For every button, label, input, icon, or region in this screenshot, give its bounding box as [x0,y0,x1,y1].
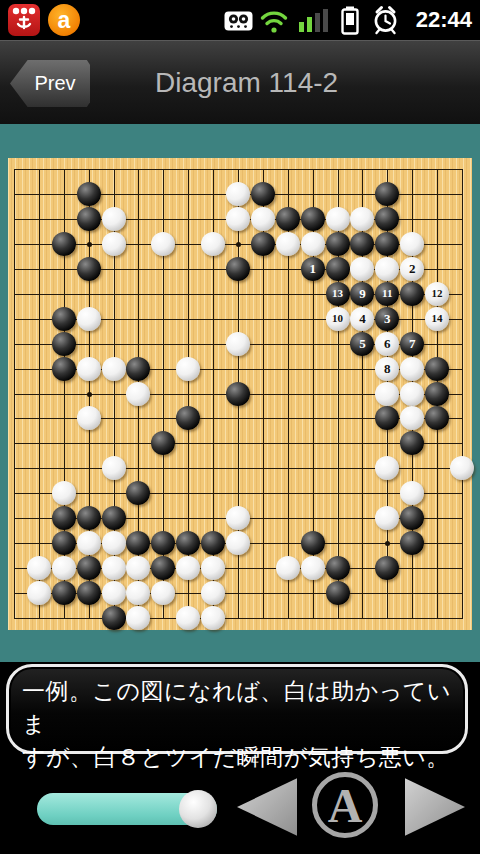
black-stone [126,531,150,555]
white-stone [350,257,374,281]
black-stone [126,481,150,505]
white-stone [450,456,474,480]
black-stone [151,431,175,455]
black-stone [326,581,350,605]
move-number: 9 [359,287,366,300]
go-board[interactable]: 1213911121043145678 [8,158,472,630]
move-number: 8 [384,362,391,375]
white-stone [126,606,150,630]
white-stone [77,307,101,331]
signal-icon [299,9,329,36]
black-stone [425,382,449,406]
white-stone: 12 [425,282,449,306]
star-point [385,541,390,546]
move-number: 11 [382,288,392,299]
screen: a [0,0,480,854]
white-stone [226,182,250,206]
white-stone [151,581,175,605]
black-stone [151,556,175,580]
status-time: 22:44 [416,7,472,33]
white-stone [400,357,424,381]
white-stone [201,232,225,256]
next-move-button[interactable] [405,777,465,837]
black-stone [52,357,76,381]
black-stone [77,506,101,530]
white-stone [375,456,399,480]
black-stone [301,207,325,231]
black-stone: 11 [375,282,399,306]
black-stone: 13 [326,282,350,306]
white-stone [326,207,350,231]
white-stone [176,606,200,630]
white-stone [301,556,325,580]
black-stone [52,232,76,256]
black-stone [176,406,200,430]
star-point [236,242,241,247]
move-number: 14 [432,313,443,324]
white-stone [201,581,225,605]
grid-line [462,169,463,619]
white-stone [126,382,150,406]
status-bar: a [0,0,480,40]
white-stone [77,406,101,430]
auto-play-button[interactable]: A [312,772,378,838]
cassette-icon [224,9,253,37]
white-stone [102,207,126,231]
white-stone [102,581,126,605]
white-stone [176,556,200,580]
white-stone [400,382,424,406]
move-number: 1 [309,262,316,275]
move-number: 12 [432,288,443,299]
black-stone [52,506,76,530]
black-stone [400,506,424,530]
commentary-box: 一例。この図になれば、白は助かっていま すが、白８とツイだ瞬間が気持ち悪い。 [6,664,468,754]
grid-line [14,443,463,444]
black-stone [176,531,200,555]
grid-line [14,618,463,619]
white-stone [126,581,150,605]
white-stone: 14 [425,307,449,331]
white-stone [52,481,76,505]
black-stone [301,531,325,555]
white-stone [27,581,51,605]
board-section: 1213911121043145678 [0,124,480,662]
white-stone [375,506,399,530]
white-stone [176,357,200,381]
black-stone [400,531,424,555]
black-stone [375,406,399,430]
black-stone [326,257,350,281]
black-stone [201,531,225,555]
white-stone [226,207,250,231]
black-stone [151,531,175,555]
bottom-panel: 一例。この図になれば、白は助かっていま すが、白８とツイだ瞬間が気持ち悪い。 A [0,662,480,854]
white-stone [301,232,325,256]
white-stone [102,456,126,480]
white-stone [126,556,150,580]
alarm-clock-icon [371,5,400,39]
black-stone [77,581,101,605]
move-number: 2 [409,262,416,275]
black-stone [77,207,101,231]
white-stone [400,481,424,505]
white-stone: 6 [375,332,399,356]
white-stone [400,406,424,430]
move-number: 7 [409,337,416,350]
nhk-app-icon [8,4,40,36]
black-stone [326,556,350,580]
black-stone [126,357,150,381]
white-stone: 10 [326,307,350,331]
white-stone [102,357,126,381]
black-stone [251,182,275,206]
black-stone: 3 [375,307,399,331]
star-point [87,242,92,247]
previous-move-button[interactable] [237,777,297,837]
white-stone [400,232,424,256]
white-stone [226,332,250,356]
white-stone: 8 [375,357,399,381]
black-stone [375,207,399,231]
a-app-icon: a [48,4,80,36]
black-stone: 7 [400,332,424,356]
white-stone [375,257,399,281]
black-stone [425,357,449,381]
black-stone: 5 [350,332,374,356]
white-stone [226,506,250,530]
black-stone [276,207,300,231]
black-stone [400,431,424,455]
black-stone [52,332,76,356]
black-stone [226,382,250,406]
progress-slider-thumb[interactable] [179,790,217,828]
white-stone: 4 [350,307,374,331]
prev-button[interactable]: Prev [10,60,90,107]
white-stone [226,531,250,555]
white-stone [151,232,175,256]
star-point [87,392,92,397]
black-stone [52,581,76,605]
wifi-icon [260,9,288,38]
white-stone [276,556,300,580]
white-stone [102,556,126,580]
white-stone [251,207,275,231]
commentary-line-1: 一例。この図になれば、白は助かっていま [22,675,452,741]
black-stone [52,531,76,555]
move-number: 13 [332,288,343,299]
black-stone: 1 [301,257,325,281]
white-stone [350,207,374,231]
grid-line [14,493,463,494]
commentary-text: 一例。この図になれば、白は助かっていま すが、白８とツイだ瞬間が気持ち悪い。 [9,667,465,774]
white-stone [102,232,126,256]
battery-icon [341,6,359,39]
white-stone: 2 [400,257,424,281]
move-number: 4 [359,312,366,325]
page-title: Diagram 114-2 [155,67,338,99]
commentary-line-2: すが、白８とツイだ瞬間が気持ち悪い。 [22,741,452,774]
black-stone [326,232,350,256]
white-stone [77,357,101,381]
black-stone [77,556,101,580]
white-stone [201,556,225,580]
white-stone [375,382,399,406]
white-stone [77,531,101,555]
black-stone [350,232,374,256]
black-stone [251,232,275,256]
black-stone [52,307,76,331]
black-stone [400,282,424,306]
move-number: 10 [332,313,343,324]
black-stone: 9 [350,282,374,306]
white-stone [201,606,225,630]
black-stone [77,182,101,206]
white-stone [52,556,76,580]
black-stone [226,257,250,281]
black-stone [375,556,399,580]
black-stone [77,257,101,281]
black-stone [375,182,399,206]
white-stone [27,556,51,580]
black-stone [425,406,449,430]
move-number: 6 [384,337,391,350]
header: Prev Diagram 114-2 [0,40,480,125]
black-stone [375,232,399,256]
black-stone [102,506,126,530]
white-stone [276,232,300,256]
black-stone [102,606,126,630]
move-number: 3 [384,312,391,325]
white-stone [102,531,126,555]
move-number: 5 [359,337,366,350]
